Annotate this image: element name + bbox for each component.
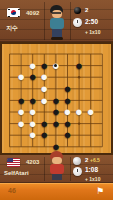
divider [70,157,71,181]
divider [44,2,45,40]
bottom-player-rating: 4203 [26,159,39,165]
divider [44,157,45,181]
usa-flag-icon [7,158,20,167]
white-stone: ● [27,106,39,118]
bottom-player-time: 1:08 [85,166,98,173]
bottom-action-bar: 46 ⚑ [0,183,113,200]
white-stone: ● [15,118,27,130]
top-player-rating: 4092 [26,10,39,16]
avatar-body [50,18,64,29]
bottom-player-byoyomi: + 1x10 [85,176,100,182]
top-player-bar: 4092 지수 2 2:50 + 1x10 [0,0,113,42]
bottom-player-avatar [46,151,67,183]
avatar-glasses [52,12,61,14]
black-stone: ● [27,71,39,83]
top-player-avatar [46,1,67,41]
white-stone: ● [27,118,39,130]
move-number: 46 [8,187,16,194]
black-stone: ● [62,95,74,107]
black-stone: ● [38,60,50,72]
resign-flag-button[interactable]: ⚑ [96,185,104,198]
white-stone: ● [50,60,62,72]
white-stone: ● [15,106,27,118]
white-stone: ● [27,60,39,72]
go-app-screen: 4092 지수 2 2:50 + 1x10 ●●●●●●●●●●●●●●●●●●… [0,0,113,200]
black-stone: ● [73,60,85,72]
top-player-time: 2:50 [85,18,98,25]
black-stone-icon [74,7,81,14]
black-stone: ● [50,118,62,130]
white-stone: ● [38,95,50,107]
south-korea-flag-icon [7,8,20,17]
white-stone: ● [85,106,97,118]
white-stone: ● [27,129,39,141]
white-stone: ● [73,106,85,118]
go-board[interactable]: ●●●●●●●●●●●●●●●●●●●●●●●●●●●●● [0,42,113,155]
divider [70,2,71,40]
white-stone: ● [15,71,27,83]
black-stone: ● [38,129,50,141]
black-stone: ● [15,95,27,107]
stones-grid: ●●●●●●●●●●●●●●●●●●●●●●●●●●●●● [4,48,108,152]
black-stone: ● [50,106,62,118]
black-stone: ● [50,95,62,107]
black-stone: ● [62,118,74,130]
avatar-shoes [51,37,63,40]
black-stone: ● [62,83,74,95]
black-stone: ● [27,95,39,107]
top-player-name: 지수 [6,24,18,33]
avatar-face [52,157,62,164]
black-stone: ● [38,118,50,130]
top-player-byoyomi: + 1x10 [85,29,100,35]
bottom-player-captures: 2 +6.5 [85,157,100,163]
clock-icon [73,18,82,27]
white-stone: ● [62,106,74,118]
avatar-body [50,164,64,174]
clock-icon [73,167,82,176]
komi-value: +6.5 [90,157,100,163]
white-stone: ● [38,83,50,95]
white-stone-icon [73,157,81,165]
top-player-captures: 2 [85,7,88,13]
white-stone: ● [38,71,50,83]
bottom-player-name: SelfAtari [4,170,29,176]
bottom-player-bar: 4203 SelfAtari 2 +6.5 1:08 + 1x10 [0,155,113,183]
black-stone: ● [62,129,74,141]
avatar-legs [52,174,62,180]
